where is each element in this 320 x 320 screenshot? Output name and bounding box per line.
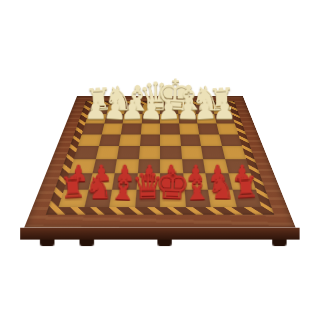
- square-b4[interactable]: [95, 146, 119, 159]
- square-f4[interactable]: [181, 146, 204, 159]
- square-d5[interactable]: [140, 134, 161, 146]
- square-g4[interactable]: [201, 146, 225, 159]
- square-h5[interactable]: [219, 134, 242, 146]
- square-c4[interactable]: [117, 146, 140, 159]
- square-f8[interactable]: [177, 105, 196, 114]
- square-e6[interactable]: [160, 123, 180, 134]
- square-h6[interactable]: [216, 123, 238, 134]
- square-g8[interactable]: [194, 105, 213, 114]
- chess-board: ♜♞♝♛♚♝♞♜♟♟♟♟♟♟♟♟♟♟♟♟♟♟♟♟♜♞♝♛♚♝♞♜: [24, 96, 296, 228]
- square-h7[interactable]: [214, 114, 235, 124]
- square-e7[interactable]: [160, 114, 179, 124]
- photo-scene: ♜♞♝♛♚♝♞♜♟♟♟♟♟♟♟♟♟♟♟♟♟♟♟♟♜♞♝♛♚♝♞♜: [0, 0, 320, 320]
- square-d4[interactable]: [138, 146, 160, 159]
- board-foot: [157, 240, 172, 247]
- square-b8[interactable]: [106, 105, 125, 114]
- board-edge: [20, 228, 300, 246]
- square-f5[interactable]: [180, 134, 201, 146]
- square-d6[interactable]: [140, 123, 160, 134]
- square-d8[interactable]: [142, 105, 160, 114]
- square-b6[interactable]: [101, 123, 122, 134]
- board-foot: [40, 240, 55, 247]
- square-b5[interactable]: [99, 134, 121, 146]
- square-f6[interactable]: [179, 123, 199, 134]
- square-c7[interactable]: [123, 114, 142, 124]
- square-d7[interactable]: [141, 114, 160, 124]
- square-c6[interactable]: [121, 123, 141, 134]
- square-g6[interactable]: [197, 123, 218, 134]
- square-g7[interactable]: [196, 114, 216, 124]
- square-f7[interactable]: [178, 114, 197, 124]
- square-a4[interactable]: [74, 146, 99, 159]
- square-c5[interactable]: [119, 134, 140, 146]
- board-foot: [79, 240, 94, 247]
- square-h4[interactable]: [222, 146, 247, 159]
- square-h8[interactable]: [212, 105, 232, 114]
- square-e4[interactable]: [160, 146, 182, 159]
- board-foot: [272, 240, 287, 247]
- square-c8[interactable]: [124, 105, 143, 114]
- square-b7[interactable]: [104, 114, 124, 124]
- square-e5[interactable]: [160, 134, 181, 146]
- square-e8[interactable]: [160, 105, 178, 114]
